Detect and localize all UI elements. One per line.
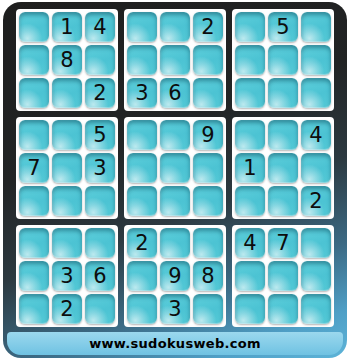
cell-r9c3[interactable] <box>85 294 115 324</box>
cell-r5c1[interactable]: 7 <box>19 153 49 183</box>
cell-r7c3[interactable] <box>85 228 115 258</box>
cell-r7c7[interactable]: 4 <box>235 228 265 258</box>
cell-r6c6[interactable] <box>193 186 223 216</box>
cell-r1c7[interactable] <box>235 12 265 42</box>
cell-r2c3[interactable] <box>85 45 115 75</box>
cell-r8c8[interactable] <box>268 261 298 291</box>
cell-r9c1[interactable] <box>19 294 49 324</box>
cell-r4c7[interactable] <box>235 120 265 150</box>
sudoku-frame: 148223655739412362298347 www.sudokusweb.… <box>3 2 347 358</box>
cell-r6c8[interactable] <box>268 186 298 216</box>
cell-r3c4[interactable]: 3 <box>127 78 157 108</box>
cell-r4c1[interactable] <box>19 120 49 150</box>
cell-r1c4[interactable] <box>127 12 157 42</box>
cell-r9c9[interactable] <box>301 294 331 324</box>
cell-r8c1[interactable] <box>19 261 49 291</box>
cell-r2c8[interactable] <box>268 45 298 75</box>
cell-r5c7[interactable]: 1 <box>235 153 265 183</box>
cell-r5c4[interactable] <box>127 153 157 183</box>
cell-r2c4[interactable] <box>127 45 157 75</box>
cell-r3c1[interactable] <box>19 78 49 108</box>
cell-r6c5[interactable] <box>160 186 190 216</box>
cell-r4c8[interactable] <box>268 120 298 150</box>
cell-r7c9[interactable] <box>301 228 331 258</box>
block-r3c3: 47 <box>232 225 334 327</box>
cell-r7c2[interactable] <box>52 228 82 258</box>
cell-r1c8[interactable]: 5 <box>268 12 298 42</box>
cell-r8c7[interactable] <box>235 261 265 291</box>
cell-r3c5[interactable]: 6 <box>160 78 190 108</box>
block-r1c1: 1482 <box>16 9 118 111</box>
cell-r4c3[interactable]: 5 <box>85 120 115 150</box>
cell-r6c1[interactable] <box>19 186 49 216</box>
cell-r9c4[interactable] <box>127 294 157 324</box>
cell-r4c6[interactable]: 9 <box>193 120 223 150</box>
cell-r7c6[interactable] <box>193 228 223 258</box>
cell-r9c2[interactable]: 2 <box>52 294 82 324</box>
cell-r6c4[interactable] <box>127 186 157 216</box>
cell-r8c6[interactable]: 8 <box>193 261 223 291</box>
block-r2c3: 412 <box>232 117 334 219</box>
cell-r2c2[interactable]: 8 <box>52 45 82 75</box>
cell-r5c6[interactable] <box>193 153 223 183</box>
cell-r5c3[interactable]: 3 <box>85 153 115 183</box>
block-r3c1: 362 <box>16 225 118 327</box>
cell-r1c9[interactable] <box>301 12 331 42</box>
sudoku-page: 148223655739412362298347 www.sudokusweb.… <box>0 0 350 360</box>
cell-r7c4[interactable]: 2 <box>127 228 157 258</box>
cell-r3c8[interactable] <box>268 78 298 108</box>
cell-r1c1[interactable] <box>19 12 49 42</box>
block-r2c2: 9 <box>124 117 226 219</box>
cell-r5c2[interactable] <box>52 153 82 183</box>
cell-r1c3[interactable]: 4 <box>85 12 115 42</box>
cell-r7c1[interactable] <box>19 228 49 258</box>
cell-r4c5[interactable] <box>160 120 190 150</box>
cell-r2c1[interactable] <box>19 45 49 75</box>
cell-r5c8[interactable] <box>268 153 298 183</box>
cell-r7c5[interactable] <box>160 228 190 258</box>
cell-r7c8[interactable]: 7 <box>268 228 298 258</box>
cell-r5c9[interactable] <box>301 153 331 183</box>
cell-r5c5[interactable] <box>160 153 190 183</box>
cell-r4c2[interactable] <box>52 120 82 150</box>
cell-r8c2[interactable]: 3 <box>52 261 82 291</box>
block-r3c2: 2983 <box>124 225 226 327</box>
block-r1c2: 236 <box>124 9 226 111</box>
cell-r3c3[interactable]: 2 <box>85 78 115 108</box>
sudoku-board: 148223655739412362298347 <box>16 9 334 327</box>
cell-r4c9[interactable]: 4 <box>301 120 331 150</box>
cell-r6c2[interactable] <box>52 186 82 216</box>
cell-r8c9[interactable] <box>301 261 331 291</box>
cell-r3c9[interactable] <box>301 78 331 108</box>
cell-r9c6[interactable] <box>193 294 223 324</box>
cell-r6c9[interactable]: 2 <box>301 186 331 216</box>
cell-r2c6[interactable] <box>193 45 223 75</box>
cell-r9c8[interactable] <box>268 294 298 324</box>
cell-r6c7[interactable] <box>235 186 265 216</box>
cell-r3c6[interactable] <box>193 78 223 108</box>
cell-r2c5[interactable] <box>160 45 190 75</box>
cell-r1c2[interactable]: 1 <box>52 12 82 42</box>
cell-r9c5[interactable]: 3 <box>160 294 190 324</box>
cell-r1c6[interactable]: 2 <box>193 12 223 42</box>
cell-r2c7[interactable] <box>235 45 265 75</box>
cell-r4c4[interactable] <box>127 120 157 150</box>
site-url: www.sudokusweb.com <box>89 336 261 351</box>
cell-r8c5[interactable]: 9 <box>160 261 190 291</box>
cell-r3c7[interactable] <box>235 78 265 108</box>
cell-r2c9[interactable] <box>301 45 331 75</box>
cell-r8c3[interactable]: 6 <box>85 261 115 291</box>
footer-band: www.sudokusweb.com <box>7 332 343 355</box>
block-r2c1: 573 <box>16 117 118 219</box>
cell-r6c3[interactable] <box>85 186 115 216</box>
cell-r3c2[interactable] <box>52 78 82 108</box>
cell-r9c7[interactable] <box>235 294 265 324</box>
cell-r8c4[interactable] <box>127 261 157 291</box>
block-r1c3: 5 <box>232 9 334 111</box>
cell-r1c5[interactable] <box>160 12 190 42</box>
